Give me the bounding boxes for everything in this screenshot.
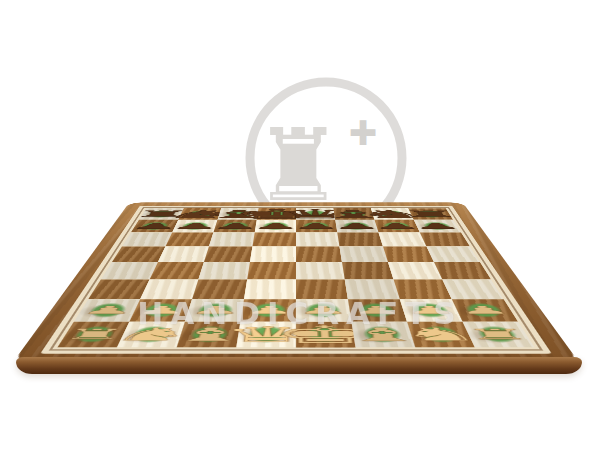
square-b6 xyxy=(165,232,213,246)
square-d6 xyxy=(252,232,296,246)
piece-black-pawn: ♟ xyxy=(411,222,463,230)
chess-board-scene: ♜♞♝♚♛♝♞♜♟♟♟♟♟♟♟♟♟♟♟♟♟♟♟♟♜♞♝♛♚♝♞♜ xyxy=(12,202,581,364)
board-front-edge xyxy=(16,357,582,374)
square-e5 xyxy=(296,246,342,262)
square-c7: ♟ xyxy=(213,220,256,233)
square-g6 xyxy=(379,232,427,246)
square-b4 xyxy=(150,262,204,279)
square-g4 xyxy=(388,262,442,279)
chess-board-frame: ♜♞♝♚♛♝♞♜♟♟♟♟♟♟♟♟♟♟♟♟♟♟♟♟♜♞♝♛♚♝♞♜ xyxy=(12,202,581,364)
square-c4 xyxy=(198,262,250,279)
square-d7: ♟ xyxy=(255,220,296,233)
square-h5 xyxy=(427,246,480,262)
square-e6 xyxy=(296,232,340,246)
square-e4 xyxy=(296,262,345,279)
square-f5 xyxy=(340,246,388,262)
square-b5 xyxy=(158,246,209,262)
square-h8: ♜ xyxy=(408,208,453,219)
square-h6 xyxy=(420,232,470,246)
square-g5 xyxy=(383,246,434,262)
watermark-text: HANDICRAFTS xyxy=(0,295,600,331)
square-h4 xyxy=(434,262,491,279)
piece-black-rook: ♜ xyxy=(399,210,463,219)
watermark-rook-icon: ♜ xyxy=(250,116,346,216)
square-f4 xyxy=(342,262,394,279)
square-f6 xyxy=(337,232,383,246)
watermark-cross-icon: ✚ xyxy=(344,116,382,150)
square-a5 xyxy=(112,246,165,262)
square-a6 xyxy=(122,232,172,246)
chess-board-margin: ♜♞♝♚♛♝♞♜♟♟♟♟♟♟♟♟♟♟♟♟♟♟♟♟♜♞♝♛♚♝♞♜ xyxy=(40,206,552,354)
square-c6 xyxy=(209,232,255,246)
square-h7: ♟ xyxy=(414,220,461,233)
square-d5 xyxy=(250,246,296,262)
square-c5 xyxy=(204,246,252,262)
square-d4 xyxy=(247,262,296,279)
